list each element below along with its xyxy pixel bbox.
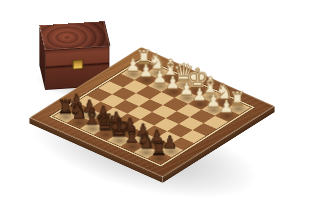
square-h8: ♜ xyxy=(147,151,172,164)
brass-clasp-icon xyxy=(72,59,83,69)
piece-black-rook: ♜ xyxy=(150,139,167,158)
chess-set-photo: ♜♞♝♛♚♝♞♜♟♟♟♟♟♟♟♟♟♟♟♟♟♟♟♟♜♞♝♛♚♝♞♜ xyxy=(0,0,310,207)
piece-white-pawn: ♟ xyxy=(219,99,234,116)
